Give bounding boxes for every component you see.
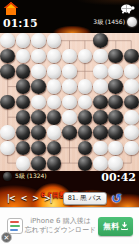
- board-point[interactable]: [124, 156, 139, 171]
- black-stone[interactable]: [108, 125, 123, 140]
- white-stone[interactable]: [62, 79, 77, 94]
- white-stone[interactable]: [124, 110, 139, 125]
- undo-icon[interactable]: ↺: [111, 192, 122, 205]
- black-stone[interactable]: [124, 94, 139, 109]
- black-stone[interactable]: [31, 79, 46, 94]
- white-stone[interactable]: [93, 140, 108, 155]
- board-point[interactable]: [0, 110, 15, 125]
- black-stone[interactable]: [93, 110, 108, 125]
- black-stone[interactable]: [77, 110, 92, 125]
- white-stone[interactable]: [62, 64, 77, 79]
- turtle-icon[interactable]: [119, 3, 135, 14]
- ad-text-line2: 忘れずにダウンロード: [23, 226, 98, 235]
- result-row: 6.0目差で黒の勝ち: [0, 182, 139, 190]
- ad-app-icon: [7, 218, 23, 234]
- top-bar: 01:15 3級 (1456): [0, 0, 139, 33]
- black-stone[interactable]: [46, 140, 61, 155]
- black-stone[interactable]: [15, 94, 30, 109]
- go-app-screen: 01:15 3級 (1456): [0, 0, 139, 244]
- black-stone[interactable]: [108, 110, 123, 125]
- board-point[interactable]: [77, 33, 92, 48]
- home-icon[interactable]: [4, 2, 18, 15]
- black-stone[interactable]: [77, 140, 92, 155]
- board-point[interactable]: [108, 33, 123, 48]
- white-timer: 01:15: [3, 16, 38, 31]
- nav-first-button[interactable]: |<: [4, 192, 18, 205]
- white-stone[interactable]: [31, 33, 46, 48]
- ad-text-line1: iPhone 6 購入後は: [23, 217, 98, 226]
- go-board-stones: [0, 33, 139, 171]
- white-player-info: 3級 (1456): [93, 17, 137, 27]
- nav-last-button[interactable]: >|: [41, 192, 55, 205]
- board-point[interactable]: [0, 156, 15, 171]
- black-stone[interactable]: [15, 79, 30, 94]
- black-stone[interactable]: [108, 79, 123, 94]
- download-icon: [121, 222, 128, 230]
- black-stone[interactable]: [46, 110, 61, 125]
- white-stone[interactable]: [62, 48, 77, 63]
- black-stone[interactable]: [0, 48, 15, 63]
- white-stone[interactable]: [0, 125, 15, 140]
- board-point[interactable]: [62, 33, 77, 48]
- move-nav-row: |< < > >| 81. 黒 パス ↺: [0, 190, 139, 207]
- white-stone[interactable]: [62, 94, 77, 109]
- white-stone[interactable]: [31, 94, 46, 109]
- white-stone[interactable]: [31, 64, 46, 79]
- white-stone[interactable]: [108, 64, 123, 79]
- black-stone[interactable]: [15, 64, 30, 79]
- white-stone[interactable]: [124, 64, 139, 79]
- black-stone[interactable]: [31, 125, 46, 140]
- white-stone[interactable]: [0, 33, 15, 48]
- white-stone[interactable]: [108, 140, 123, 155]
- black-stone[interactable]: [108, 48, 123, 63]
- ad-text: iPhone 6 購入後は 忘れずにダウンロード: [23, 217, 98, 235]
- go-board: [0, 33, 139, 171]
- black-stone[interactable]: [108, 94, 123, 109]
- bottom-fire-zone: 5級 (1324) 00:42 6.0目差で黒の勝ち |< < > >| 81.…: [0, 171, 139, 207]
- white-stone[interactable]: [93, 48, 108, 63]
- white-player-rank: 3級 (1456): [93, 18, 125, 27]
- top-icon-row: [0, 1, 139, 17]
- white-stone[interactable]: [46, 48, 61, 63]
- black-stone[interactable]: [31, 156, 46, 171]
- white-stone[interactable]: [46, 79, 61, 94]
- white-stone[interactable]: [15, 156, 30, 171]
- white-stone[interactable]: [62, 110, 77, 125]
- white-stone[interactable]: [93, 64, 108, 79]
- white-stone[interactable]: [0, 140, 15, 155]
- black-stone[interactable]: [0, 64, 15, 79]
- board-point[interactable]: [124, 33, 139, 48]
- top-status-row: 01:15 3級 (1456): [0, 16, 139, 33]
- black-stone-icon: [3, 172, 12, 181]
- black-stone[interactable]: [46, 156, 61, 171]
- white-stone[interactable]: [46, 33, 61, 48]
- black-stone[interactable]: [15, 140, 30, 155]
- white-stone[interactable]: [15, 33, 30, 48]
- ad-free-label: 無料: [103, 221, 119, 232]
- white-stone[interactable]: [93, 79, 108, 94]
- white-stone[interactable]: [124, 140, 139, 155]
- black-stone[interactable]: [93, 33, 108, 48]
- black-stone[interactable]: [124, 48, 139, 63]
- black-stone[interactable]: [93, 125, 108, 140]
- ad-free-button[interactable]: 無料: [98, 217, 133, 236]
- board-point[interactable]: [77, 64, 92, 79]
- nav-next-button[interactable]: >: [29, 192, 41, 205]
- black-stone[interactable]: [31, 140, 46, 155]
- black-player-rank: 5級 (1324): [15, 172, 47, 181]
- white-stone[interactable]: [46, 94, 61, 109]
- white-stone[interactable]: [46, 125, 61, 140]
- black-stone[interactable]: [93, 94, 108, 109]
- white-stone[interactable]: [108, 156, 123, 171]
- ad-banner[interactable]: iPhone 6 購入後は 忘れずにダウンロード 無料 ✕: [0, 207, 139, 244]
- black-stone[interactable]: [31, 110, 46, 125]
- black-stone[interactable]: [77, 125, 92, 140]
- black-stone[interactable]: [77, 156, 92, 171]
- board-point[interactable]: [62, 140, 77, 155]
- black-stone[interactable]: [15, 125, 30, 140]
- white-stone[interactable]: [124, 125, 139, 140]
- black-stone[interactable]: [62, 125, 77, 140]
- white-stone[interactable]: [77, 48, 92, 63]
- white-stone[interactable]: [31, 48, 46, 63]
- white-stone[interactable]: [77, 79, 92, 94]
- black-stone[interactable]: [0, 94, 15, 109]
- white-stone[interactable]: [77, 94, 92, 109]
- white-stone[interactable]: [15, 48, 30, 63]
- board-point[interactable]: [62, 156, 77, 171]
- board-point[interactable]: [0, 79, 15, 94]
- white-stone[interactable]: [46, 64, 61, 79]
- white-stone-icon: [127, 17, 137, 27]
- white-stone[interactable]: [93, 156, 108, 171]
- nav-prev-button[interactable]: <: [18, 192, 30, 205]
- black-player-info: 5級 (1324): [3, 172, 47, 181]
- white-stone[interactable]: [124, 79, 139, 94]
- black-stone[interactable]: [15, 110, 30, 125]
- ad-close-button[interactable]: ✕: [1, 232, 12, 243]
- move-pass-button[interactable]: 81. 黒 パス: [63, 192, 107, 205]
